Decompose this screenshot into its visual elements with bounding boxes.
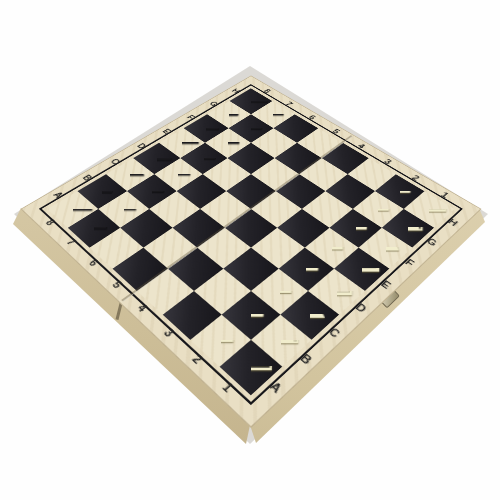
file-label-near-f: F <box>403 258 416 269</box>
file-label-near-h: H <box>446 218 459 228</box>
file-label-near-b: B <box>297 353 313 367</box>
rank-label-left-5: 5 <box>110 280 124 291</box>
file-label-near-e: E <box>378 279 392 291</box>
scene: AABBCCDDEEFFGGHH1122334455667788 ♜♞♝♛♚♝♞… <box>0 0 500 500</box>
queen-finial-tip <box>155 87 158 96</box>
rank-label-left-3: 3 <box>161 327 176 339</box>
chess-board: AABBCCDDEEFFGGHH1122334455667788 ♜♞♝♛♚♝♞… <box>20 76 481 428</box>
file-label-near-c: C <box>326 327 342 340</box>
rank-label-left-2: 2 <box>189 353 204 366</box>
rank-label-left-1: 1 <box>219 381 234 395</box>
file-label-near-a: A <box>267 380 284 395</box>
rank-label-right-6: 6 <box>307 114 317 121</box>
file-label-near-d: D <box>353 302 368 315</box>
rank-label-left-7: 7 <box>64 238 77 248</box>
rank-label-right-4: 4 <box>356 143 367 150</box>
rank-label-left-4: 4 <box>134 303 148 314</box>
rank-label-right-5: 5 <box>330 128 340 135</box>
queen-finial-tip <box>335 217 338 227</box>
file-label-near-g: G <box>424 237 438 248</box>
rank-label-left-8: 8 <box>43 218 56 227</box>
king-finial-tip <box>360 192 363 202</box>
rank-label-left-6: 6 <box>86 258 100 268</box>
